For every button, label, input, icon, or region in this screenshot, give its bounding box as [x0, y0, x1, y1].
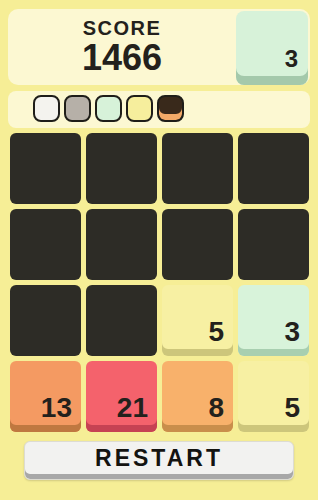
- empty-cell: [238, 209, 309, 280]
- empty-cell: [10, 209, 81, 280]
- tile-queue-panel: [8, 91, 310, 128]
- gray-swatch: [64, 95, 91, 122]
- tile-5: 5: [162, 285, 233, 356]
- empty-cell: [10, 133, 81, 204]
- tile-queue-row: [33, 95, 184, 122]
- tile-value: 3: [284, 318, 309, 356]
- green-swatch: [95, 95, 122, 122]
- empty-cell: [86, 209, 157, 280]
- empty-cell: [238, 133, 309, 204]
- restart-label: RESTART: [95, 445, 223, 472]
- tile-value: 13: [41, 394, 81, 432]
- restart-button[interactable]: RESTART: [24, 441, 294, 480]
- score-text: SCORE 1466: [8, 9, 236, 85]
- tile-5: 5: [238, 361, 309, 432]
- empty-cell: [162, 209, 233, 280]
- score-panel: SCORE 1466 3: [8, 9, 310, 85]
- yellow-swatch: [126, 95, 153, 122]
- tile-value: 5: [208, 318, 233, 356]
- empty-cell: [10, 285, 81, 356]
- tile-value: 21: [117, 394, 157, 432]
- score-label: SCORE: [83, 18, 162, 39]
- tile-3: 3: [238, 285, 309, 356]
- next-tile-value: 3: [285, 45, 298, 73]
- tile-13: 13: [10, 361, 81, 432]
- tile-8: 8: [162, 361, 233, 432]
- empty-cell: [86, 133, 157, 204]
- tile-value: 8: [208, 394, 233, 432]
- board-grid[interactable]: 53132185: [10, 133, 309, 432]
- tile-value: 5: [284, 394, 309, 432]
- next-tile-preview: 3: [236, 11, 308, 85]
- tile-21: 21: [86, 361, 157, 432]
- empty-cell: [162, 133, 233, 204]
- white-swatch: [33, 95, 60, 122]
- score-value: 1466: [82, 39, 162, 77]
- dark-swatch: [157, 95, 184, 122]
- empty-cell: [86, 285, 157, 356]
